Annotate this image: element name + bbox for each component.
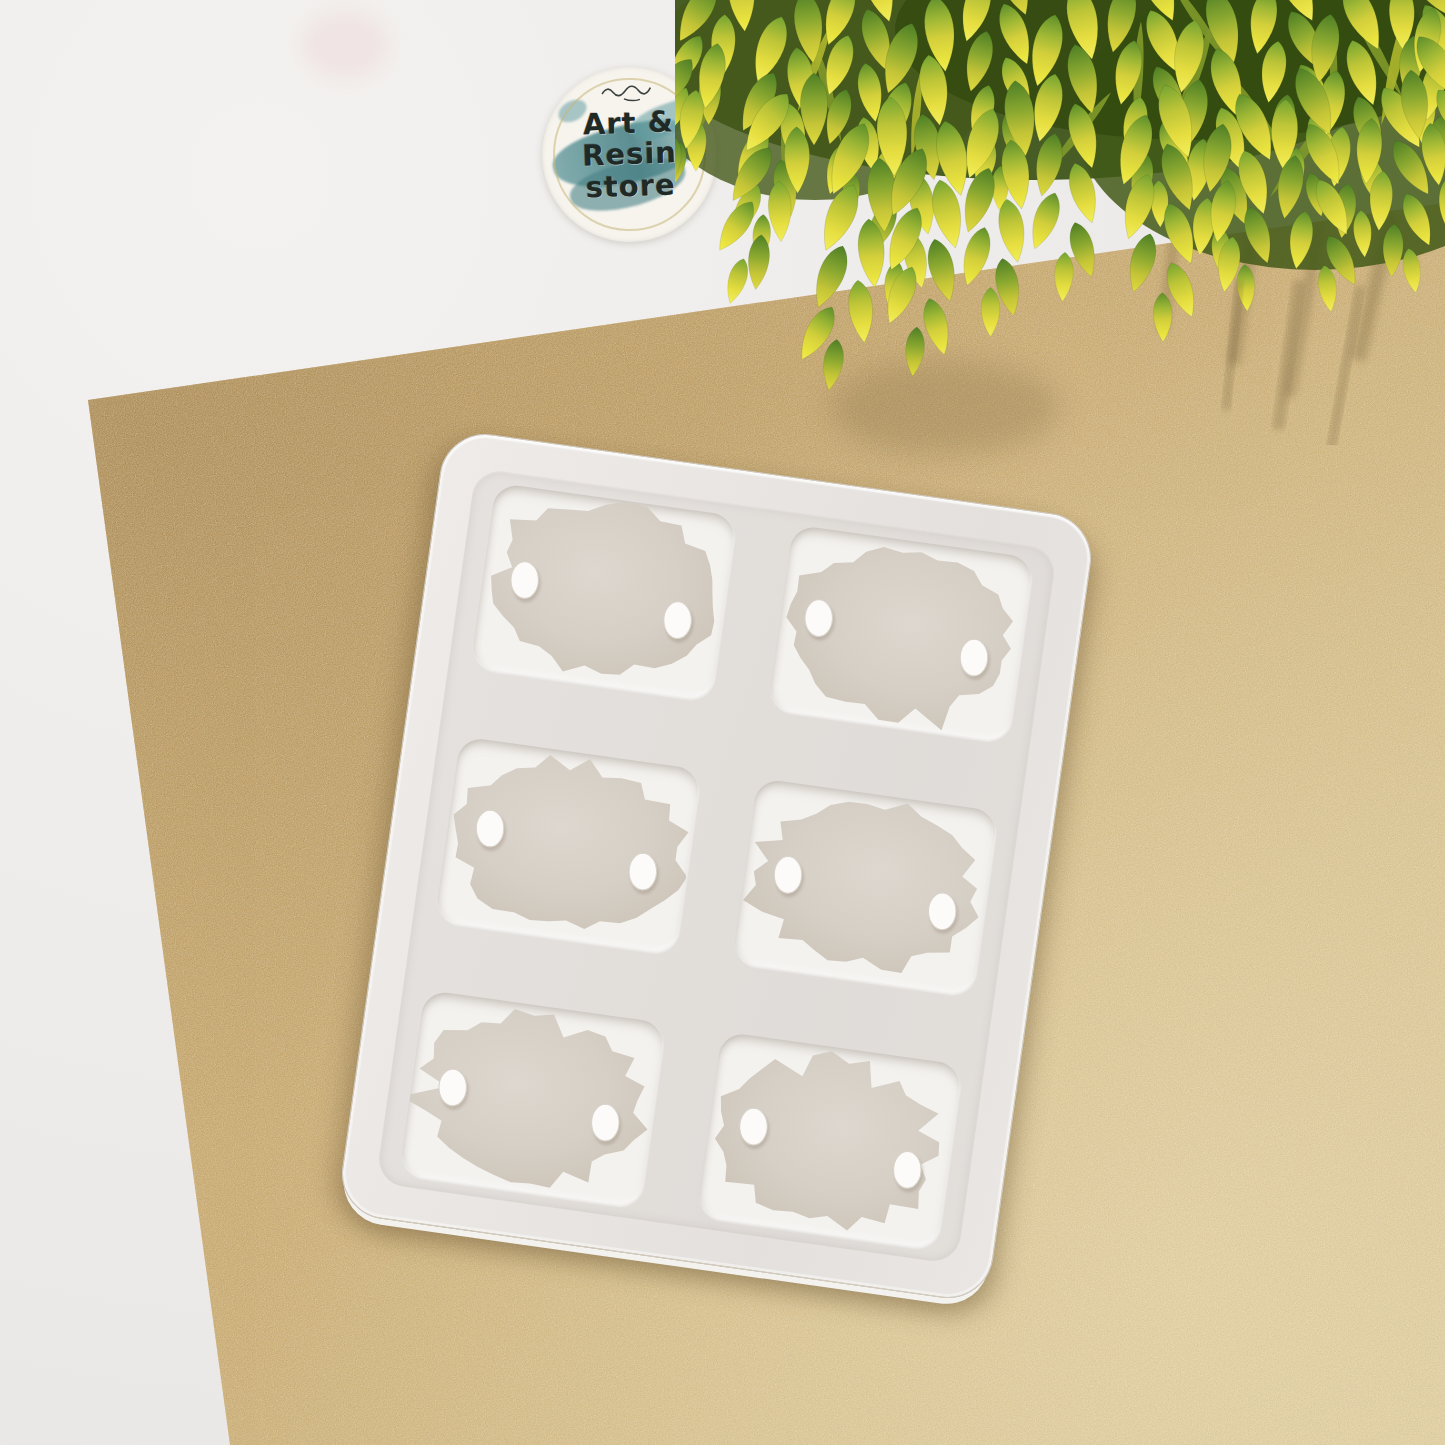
- connector-hole-left: [511, 562, 539, 599]
- agate-blob: [399, 990, 666, 1208]
- pink-smudge: [300, 10, 390, 80]
- sticker-line-2: Resin: [582, 138, 678, 171]
- agate-blob: [696, 1031, 963, 1249]
- agate-blob: [435, 736, 702, 954]
- mold-cavity-6: [696, 1031, 963, 1249]
- agate-blob: [470, 483, 737, 701]
- connector-hole-right: [592, 1104, 620, 1141]
- mold-cavity-5: [399, 990, 666, 1208]
- connector-hole-left: [476, 810, 504, 847]
- mold-cavity-grid: [376, 468, 1058, 1265]
- mold-cavity-3: [435, 736, 702, 954]
- connector-hole-right: [928, 893, 956, 930]
- connector-hole-left: [774, 856, 802, 893]
- connector-hole-right: [629, 853, 657, 890]
- agate-blob: [767, 524, 1034, 742]
- sticker-line-3: store: [585, 169, 676, 202]
- connector-hole-right: [894, 1151, 922, 1188]
- connector-hole-left: [740, 1108, 768, 1145]
- mold-cavity-4: [732, 778, 999, 996]
- connector-hole-right: [664, 602, 692, 639]
- connector-hole-right: [960, 639, 988, 676]
- connector-hole-left: [439, 1069, 467, 1106]
- mold-cavity-2: [767, 524, 1034, 742]
- agate-blob: [732, 778, 999, 996]
- sticker-line-1: Art &: [582, 107, 674, 140]
- plant-foliage: [675, 0, 1445, 445]
- silicone-mold: [336, 428, 1097, 1304]
- mold-cavity-1: [470, 483, 737, 701]
- connector-hole-left: [805, 600, 833, 637]
